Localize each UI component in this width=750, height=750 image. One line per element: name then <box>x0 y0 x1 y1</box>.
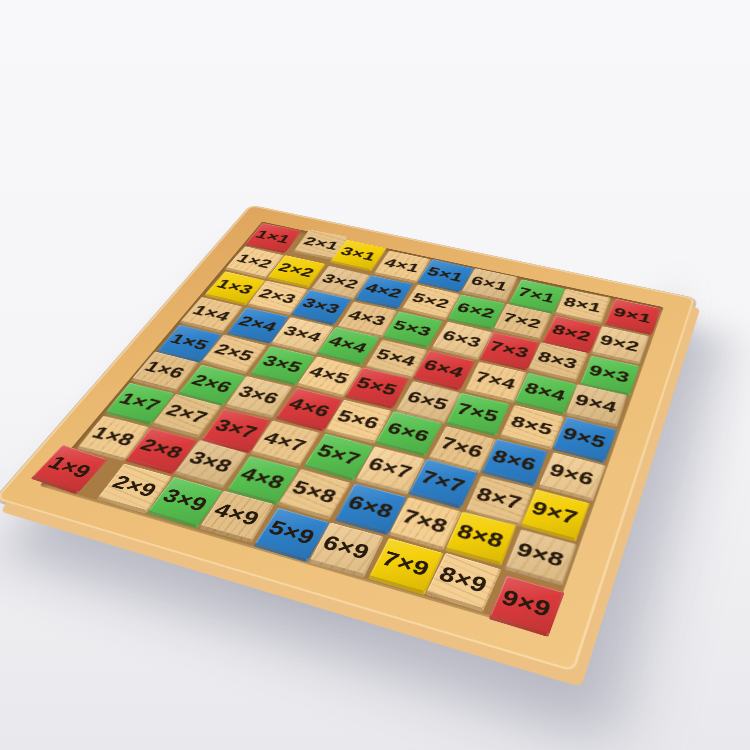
tile-grid: 1×12×13×14×15×16×17×18×19×11×22×23×24×25… <box>40 222 664 635</box>
tile-9x9[interactable]: 9×9 <box>489 576 565 637</box>
multiplication-board-frame: 1×12×13×14×15×16×17×18×19×11×22×23×24×25… <box>0 205 695 672</box>
product-photo-scene: 1×12×13×14×15×16×17×18×19×11×22×23×24×25… <box>0 0 750 750</box>
